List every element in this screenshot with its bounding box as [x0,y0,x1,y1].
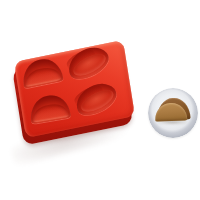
mold-tray [14,40,135,138]
cavity-top-right [64,41,113,85]
cavity-inner-ridge [32,102,69,122]
cavity-top-left [20,56,63,89]
inset-result-photo [148,88,198,138]
cavity-bottom-left [28,93,71,124]
cavity-inner-ridge [24,65,61,86]
product-photo [0,0,200,200]
cavity-bottom-right [71,77,120,121]
